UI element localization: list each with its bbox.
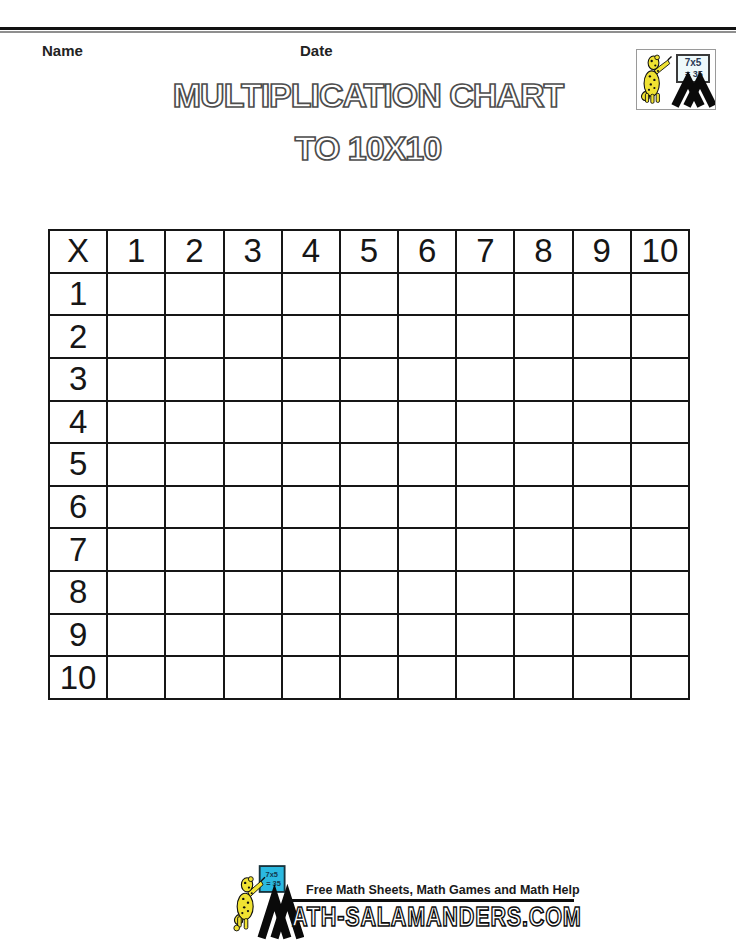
grid-col-header-8: 8 bbox=[514, 230, 572, 273]
grid-answer-cell-3x2 bbox=[165, 358, 223, 401]
footer-site-wordmark: ATH-SALAMANDERS.COM bbox=[292, 902, 582, 933]
grid-col-header-4: 4 bbox=[282, 230, 340, 273]
grid-answer-cell-9x6 bbox=[398, 614, 456, 657]
grid-answer-cell-7x8 bbox=[514, 528, 572, 571]
grid-answer-cell-2x4 bbox=[282, 315, 340, 358]
grid-row-header-3: 3 bbox=[49, 358, 107, 401]
grid-answer-cell-1x8 bbox=[514, 273, 572, 316]
grid-row-header-9: 9 bbox=[49, 614, 107, 657]
worksheet-title: MULTIPLICATION CHART TO 10X10 bbox=[0, 69, 736, 175]
grid-answer-cell-7x10 bbox=[631, 528, 689, 571]
grid-row-header-5: 5 bbox=[49, 443, 107, 486]
grid-answer-cell-1x7 bbox=[456, 273, 514, 316]
grid-answer-cell-4x9 bbox=[573, 401, 631, 444]
grid-answer-cell-2x10 bbox=[631, 315, 689, 358]
grid-answer-cell-10x2 bbox=[165, 656, 223, 699]
grid-answer-cell-4x5 bbox=[340, 401, 398, 444]
title-line-2: TO 10X10 bbox=[0, 122, 736, 175]
grid-row-header-6: 6 bbox=[49, 486, 107, 529]
grid-col-header-10: 10 bbox=[631, 230, 689, 273]
grid-answer-cell-4x6 bbox=[398, 401, 456, 444]
grid-answer-cell-10x5 bbox=[340, 656, 398, 699]
grid-answer-cell-6x1 bbox=[107, 486, 165, 529]
grid-col-header-5: 5 bbox=[340, 230, 398, 273]
grid-answer-cell-4x8 bbox=[514, 401, 572, 444]
grid-answer-cell-2x9 bbox=[573, 315, 631, 358]
grid-answer-cell-5x6 bbox=[398, 443, 456, 486]
grid-row-header-10: 10 bbox=[49, 656, 107, 699]
grid-answer-cell-9x2 bbox=[165, 614, 223, 657]
grid-answer-cell-10x1 bbox=[107, 656, 165, 699]
grid-answer-cell-9x4 bbox=[282, 614, 340, 657]
grid-answer-cell-4x10 bbox=[631, 401, 689, 444]
grid-answer-cell-7x9 bbox=[573, 528, 631, 571]
multiplication-grid: X1234567891012345678910 bbox=[48, 229, 690, 700]
grid-answer-cell-3x10 bbox=[631, 358, 689, 401]
grid-answer-cell-5x5 bbox=[340, 443, 398, 486]
grid-answer-cell-2x5 bbox=[340, 315, 398, 358]
grid-answer-cell-5x3 bbox=[224, 443, 282, 486]
grid-answer-cell-7x6 bbox=[398, 528, 456, 571]
grid-answer-cell-6x2 bbox=[165, 486, 223, 529]
top-rule-black bbox=[0, 27, 736, 30]
grid-answer-cell-7x2 bbox=[165, 528, 223, 571]
grid-answer-cell-4x7 bbox=[456, 401, 514, 444]
grid-answer-cell-3x9 bbox=[573, 358, 631, 401]
corner-board-text-1: 7x5 bbox=[685, 57, 702, 68]
grid-answer-cell-1x9 bbox=[573, 273, 631, 316]
grid-answer-cell-2x7 bbox=[456, 315, 514, 358]
grid-answer-cell-8x6 bbox=[398, 571, 456, 614]
footer-tagline: Free Math Sheets, Math Games and Math He… bbox=[306, 882, 568, 898]
grid-answer-cell-8x7 bbox=[456, 571, 514, 614]
grid-col-header-9: 9 bbox=[573, 230, 631, 273]
grid-answer-cell-8x1 bbox=[107, 571, 165, 614]
grid-answer-cell-6x10 bbox=[631, 486, 689, 529]
grid-col-header-1: 1 bbox=[107, 230, 165, 273]
grid-answer-cell-6x5 bbox=[340, 486, 398, 529]
grid-answer-cell-2x3 bbox=[224, 315, 282, 358]
grid-answer-cell-3x3 bbox=[224, 358, 282, 401]
name-label: Name bbox=[42, 42, 83, 59]
grid-answer-cell-10x4 bbox=[282, 656, 340, 699]
footer-brand: 7x5 = 35 Free Math Sheets, Math Ga bbox=[230, 862, 610, 952]
grid-answer-cell-7x7 bbox=[456, 528, 514, 571]
grid-answer-cell-3x1 bbox=[107, 358, 165, 401]
grid-corner-cell: X bbox=[49, 230, 107, 273]
grid-answer-cell-3x6 bbox=[398, 358, 456, 401]
grid-answer-cell-3x8 bbox=[514, 358, 572, 401]
date-label: Date bbox=[300, 42, 333, 59]
grid-answer-cell-5x2 bbox=[165, 443, 223, 486]
grid-answer-cell-10x9 bbox=[573, 656, 631, 699]
grid-col-header-7: 7 bbox=[456, 230, 514, 273]
grid-row-header-2: 2 bbox=[49, 315, 107, 358]
top-rule-gray bbox=[0, 31, 736, 33]
title-line-1: MULTIPLICATION CHART bbox=[0, 69, 736, 122]
grid-answer-cell-1x6 bbox=[398, 273, 456, 316]
grid-answer-cell-8x3 bbox=[224, 571, 282, 614]
footer-salamander-icon bbox=[234, 877, 265, 931]
grid-answer-cell-6x4 bbox=[282, 486, 340, 529]
grid-answer-cell-6x7 bbox=[456, 486, 514, 529]
grid-answer-cell-9x1 bbox=[107, 614, 165, 657]
grid-answer-cell-5x8 bbox=[514, 443, 572, 486]
grid-answer-cell-1x1 bbox=[107, 273, 165, 316]
grid-row-header-7: 7 bbox=[49, 528, 107, 571]
grid-row-header-8: 8 bbox=[49, 571, 107, 614]
footer-board-text-1: 7x5 bbox=[266, 870, 278, 879]
grid-answer-cell-9x3 bbox=[224, 614, 282, 657]
grid-row-header-1: 1 bbox=[49, 273, 107, 316]
grid-answer-cell-6x8 bbox=[514, 486, 572, 529]
grid-answer-cell-10x6 bbox=[398, 656, 456, 699]
grid-answer-cell-9x10 bbox=[631, 614, 689, 657]
grid-answer-cell-7x1 bbox=[107, 528, 165, 571]
grid-answer-cell-8x10 bbox=[631, 571, 689, 614]
grid-answer-cell-5x10 bbox=[631, 443, 689, 486]
grid-col-header-3: 3 bbox=[224, 230, 282, 273]
grid-answer-cell-3x5 bbox=[340, 358, 398, 401]
grid-answer-cell-7x3 bbox=[224, 528, 282, 571]
grid-col-header-2: 2 bbox=[165, 230, 223, 273]
grid-answer-cell-8x4 bbox=[282, 571, 340, 614]
grid-answer-cell-9x5 bbox=[340, 614, 398, 657]
grid-col-header-6: 6 bbox=[398, 230, 456, 273]
grid-answer-cell-10x7 bbox=[456, 656, 514, 699]
grid-answer-cell-6x6 bbox=[398, 486, 456, 529]
grid-answer-cell-8x2 bbox=[165, 571, 223, 614]
grid-answer-cell-8x5 bbox=[340, 571, 398, 614]
grid-answer-cell-10x10 bbox=[631, 656, 689, 699]
grid-answer-cell-5x9 bbox=[573, 443, 631, 486]
grid-answer-cell-2x6 bbox=[398, 315, 456, 358]
grid-answer-cell-6x3 bbox=[224, 486, 282, 529]
grid-answer-cell-10x3 bbox=[224, 656, 282, 699]
grid-answer-cell-7x5 bbox=[340, 528, 398, 571]
grid-answer-cell-3x7 bbox=[456, 358, 514, 401]
grid-answer-cell-4x4 bbox=[282, 401, 340, 444]
grid-answer-cell-7x4 bbox=[282, 528, 340, 571]
grid-answer-cell-4x1 bbox=[107, 401, 165, 444]
grid-answer-cell-10x8 bbox=[514, 656, 572, 699]
grid-answer-cell-8x9 bbox=[573, 571, 631, 614]
grid-answer-cell-9x7 bbox=[456, 614, 514, 657]
grid-answer-cell-1x4 bbox=[282, 273, 340, 316]
grid-answer-cell-6x9 bbox=[573, 486, 631, 529]
grid-answer-cell-5x4 bbox=[282, 443, 340, 486]
grid-row-header-4: 4 bbox=[49, 401, 107, 444]
grid-answer-cell-1x10 bbox=[631, 273, 689, 316]
grid-answer-cell-2x2 bbox=[165, 315, 223, 358]
grid-answer-cell-9x8 bbox=[514, 614, 572, 657]
grid-answer-cell-4x2 bbox=[165, 401, 223, 444]
grid-answer-cell-2x1 bbox=[107, 315, 165, 358]
grid-answer-cell-1x5 bbox=[340, 273, 398, 316]
grid-answer-cell-3x4 bbox=[282, 358, 340, 401]
grid-answer-cell-1x3 bbox=[224, 273, 282, 316]
grid-answer-cell-8x8 bbox=[514, 571, 572, 614]
grid-answer-cell-5x7 bbox=[456, 443, 514, 486]
grid-answer-cell-2x8 bbox=[514, 315, 572, 358]
grid-answer-cell-4x3 bbox=[224, 401, 282, 444]
grid-answer-cell-9x9 bbox=[573, 614, 631, 657]
grid-answer-cell-1x2 bbox=[165, 273, 223, 316]
grid-answer-cell-5x1 bbox=[107, 443, 165, 486]
